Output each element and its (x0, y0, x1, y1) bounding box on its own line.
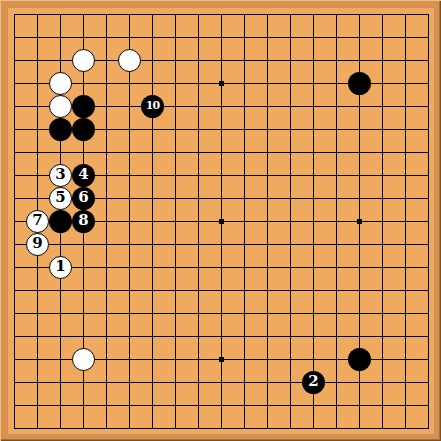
grid-line-horizontal (14, 244, 429, 245)
stone-white (49, 95, 72, 118)
stone-white (72, 49, 95, 72)
star-point (219, 219, 224, 224)
move-number: 8 (78, 213, 88, 228)
move-number: 3 (55, 167, 65, 182)
stone-white-move-3: 3 (49, 164, 72, 187)
grid-line-vertical (313, 14, 314, 429)
move-number: 7 (32, 213, 42, 228)
stone-black (348, 348, 371, 371)
stone-white-move-9: 9 (26, 233, 49, 256)
star-point (219, 357, 224, 362)
grid-line-horizontal (14, 382, 429, 383)
stone-black (49, 210, 72, 233)
stone-white-move-7: 7 (26, 210, 49, 233)
stone-white-move-5: 5 (49, 187, 72, 210)
grid-line-horizontal (14, 336, 429, 337)
grid-line-vertical (244, 14, 245, 429)
stone-black-move-8: 8 (72, 210, 95, 233)
stone-white (118, 49, 141, 72)
grid-line-vertical (290, 14, 291, 429)
grid-line-horizontal (14, 267, 429, 268)
grid-line-vertical (405, 14, 406, 429)
stone-black-move-4: 4 (72, 164, 95, 187)
star-point (357, 219, 362, 224)
stone-white-move-1: 1 (49, 256, 72, 279)
stone-white (49, 72, 72, 95)
move-number: 10 (146, 100, 159, 111)
stone-black-move-10: 10 (141, 95, 164, 118)
move-number: 9 (32, 236, 42, 251)
grid-line-horizontal (14, 405, 429, 406)
stone-black (348, 72, 371, 95)
grid-line-vertical (267, 14, 268, 429)
stone-black-move-2: 2 (302, 371, 325, 394)
grid-line-horizontal (14, 428, 429, 429)
stone-black (72, 95, 95, 118)
goban: 10345678912 (0, 0, 441, 441)
board-grid: 10345678912 (8, 8, 434, 434)
stone-white (72, 348, 95, 371)
grid-line-vertical (428, 14, 429, 429)
move-number: 4 (78, 167, 88, 182)
move-number: 6 (78, 190, 88, 205)
grid-line-vertical (336, 14, 337, 429)
move-number: 2 (308, 374, 318, 389)
grid-line-horizontal (14, 290, 429, 291)
stone-black-move-6: 6 (72, 187, 95, 210)
stone-black (49, 118, 72, 141)
grid-line-vertical (382, 14, 383, 429)
stone-black (72, 118, 95, 141)
star-point (219, 81, 224, 86)
move-number: 5 (55, 190, 65, 205)
grid-line-horizontal (14, 313, 429, 314)
move-number: 1 (55, 259, 65, 274)
